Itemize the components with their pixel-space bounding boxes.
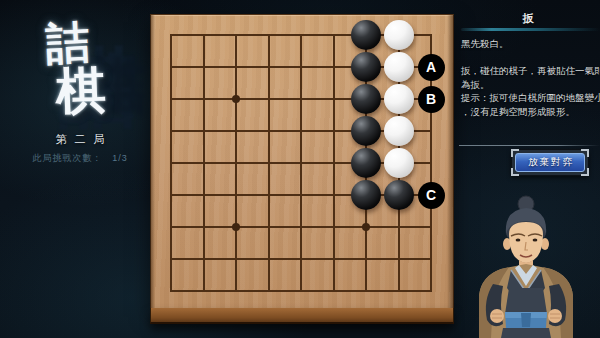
give-up-button-label: 放棄對弈 — [515, 153, 585, 172]
title-divider — [461, 28, 600, 31]
black-stone — [351, 180, 381, 210]
black-stone — [351, 116, 381, 146]
title-calligraphy-char2: 棋 — [55, 57, 107, 126]
move-option-b[interactable]: B — [418, 86, 445, 113]
white-stone — [384, 52, 414, 82]
grid-line-horizontal — [170, 258, 432, 260]
white-stone — [384, 20, 414, 50]
move-option-c[interactable]: C — [418, 182, 445, 209]
grid-line-vertical — [333, 34, 335, 292]
black-stone — [351, 20, 381, 50]
tutor-character-illustration — [449, 192, 600, 338]
white-stone — [384, 148, 414, 178]
white-stone — [384, 116, 414, 146]
panel-bottom-divider — [459, 145, 600, 146]
black-stone — [384, 180, 414, 210]
star-point — [232, 223, 240, 231]
white-stone — [384, 84, 414, 114]
black-stone — [351, 148, 381, 178]
black-stone — [351, 52, 381, 82]
game-screen: { "game": { "name": "go", "board": "9x9 … — [0, 0, 600, 338]
grid-line-horizontal — [170, 290, 432, 292]
grid-line-horizontal — [170, 226, 432, 228]
tutor-character-svg — [449, 192, 600, 338]
go-board[interactable]: ABC — [150, 14, 454, 309]
give-up-button[interactable]: 放棄對弈 — [511, 149, 589, 176]
go-board-grid[interactable]: ABC — [171, 35, 431, 291]
star-point — [232, 95, 240, 103]
attempts-counter: 此局挑戰次數：1/3 — [0, 152, 160, 165]
technique-title: 扳 — [458, 11, 600, 26]
attempts-label: 此局挑戰次數： — [32, 153, 102, 163]
attempts-value: 1/3 — [112, 153, 128, 163]
move-option-a[interactable]: A — [418, 54, 445, 81]
puzzle-instructions: 黑先殺白。 扳，碰住的棋子，再被貼住一氣則為扳。 提示：扳可使白棋所圍的地盤變小… — [461, 37, 600, 118]
black-stone — [351, 84, 381, 114]
stage-number: 第二局 — [5, 132, 155, 147]
go-board-edge — [150, 308, 454, 324]
star-point — [362, 223, 370, 231]
